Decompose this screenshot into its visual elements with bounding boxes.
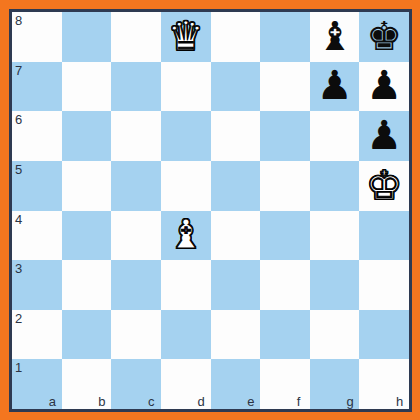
square-f6[interactable] bbox=[260, 111, 310, 161]
square-b4[interactable] bbox=[62, 211, 112, 261]
chess-board: ♛♝♚♟♟♟♚♝ bbox=[12, 12, 409, 409]
square-c6[interactable] bbox=[111, 111, 161, 161]
square-b1[interactable] bbox=[62, 359, 112, 409]
square-b5[interactable] bbox=[62, 161, 112, 211]
square-e8[interactable] bbox=[211, 12, 261, 62]
piece-white-bishop[interactable]: ♝ bbox=[168, 214, 204, 254]
square-a2[interactable] bbox=[12, 310, 62, 360]
square-h6[interactable]: ♟ bbox=[359, 111, 409, 161]
square-a6[interactable] bbox=[12, 111, 62, 161]
square-g7[interactable]: ♟ bbox=[310, 62, 360, 112]
square-b3[interactable] bbox=[62, 260, 112, 310]
square-e4[interactable] bbox=[211, 211, 261, 261]
square-f7[interactable] bbox=[260, 62, 310, 112]
square-d2[interactable] bbox=[161, 310, 211, 360]
square-f1[interactable] bbox=[260, 359, 310, 409]
square-a7[interactable] bbox=[12, 62, 62, 112]
square-c3[interactable] bbox=[111, 260, 161, 310]
square-e3[interactable] bbox=[211, 260, 261, 310]
square-e7[interactable] bbox=[211, 62, 261, 112]
square-a4[interactable] bbox=[12, 211, 62, 261]
square-a1[interactable] bbox=[12, 359, 62, 409]
square-g3[interactable] bbox=[310, 260, 360, 310]
square-h3[interactable] bbox=[359, 260, 409, 310]
square-d3[interactable] bbox=[161, 260, 211, 310]
square-d8[interactable]: ♛ bbox=[161, 12, 211, 62]
square-h5[interactable]: ♚ bbox=[359, 161, 409, 211]
square-a3[interactable] bbox=[12, 260, 62, 310]
piece-black-pawn[interactable]: ♟ bbox=[366, 115, 402, 155]
square-g2[interactable] bbox=[310, 310, 360, 360]
square-b8[interactable] bbox=[62, 12, 112, 62]
square-e1[interactable] bbox=[211, 359, 261, 409]
square-h1[interactable] bbox=[359, 359, 409, 409]
piece-white-king[interactable]: ♚ bbox=[366, 165, 402, 205]
square-h4[interactable] bbox=[359, 211, 409, 261]
board-frame: ♛♝♚♟♟♟♚♝ 87654321abcdefgh bbox=[0, 0, 420, 420]
piece-black-bishop[interactable]: ♝ bbox=[317, 16, 353, 56]
square-c2[interactable] bbox=[111, 310, 161, 360]
square-g4[interactable] bbox=[310, 211, 360, 261]
piece-black-king[interactable]: ♚ bbox=[366, 16, 402, 56]
square-g6[interactable] bbox=[310, 111, 360, 161]
square-h2[interactable] bbox=[359, 310, 409, 360]
square-a5[interactable] bbox=[12, 161, 62, 211]
square-e2[interactable] bbox=[211, 310, 261, 360]
square-e6[interactable] bbox=[211, 111, 261, 161]
square-c1[interactable] bbox=[111, 359, 161, 409]
square-h8[interactable]: ♚ bbox=[359, 12, 409, 62]
square-d6[interactable] bbox=[161, 111, 211, 161]
square-c7[interactable] bbox=[111, 62, 161, 112]
square-g1[interactable] bbox=[310, 359, 360, 409]
piece-white-queen[interactable]: ♛ bbox=[168, 16, 204, 56]
square-b2[interactable] bbox=[62, 310, 112, 360]
board-border: ♛♝♚♟♟♟♚♝ 87654321abcdefgh bbox=[9, 9, 412, 412]
square-c8[interactable] bbox=[111, 12, 161, 62]
square-d4[interactable]: ♝ bbox=[161, 211, 211, 261]
square-b6[interactable] bbox=[62, 111, 112, 161]
square-b7[interactable] bbox=[62, 62, 112, 112]
square-g8[interactable]: ♝ bbox=[310, 12, 360, 62]
square-h7[interactable]: ♟ bbox=[359, 62, 409, 112]
square-c5[interactable] bbox=[111, 161, 161, 211]
piece-black-pawn[interactable]: ♟ bbox=[366, 65, 402, 105]
square-f5[interactable] bbox=[260, 161, 310, 211]
square-f4[interactable] bbox=[260, 211, 310, 261]
square-d1[interactable] bbox=[161, 359, 211, 409]
square-a8[interactable] bbox=[12, 12, 62, 62]
square-e5[interactable] bbox=[211, 161, 261, 211]
square-f8[interactable] bbox=[260, 12, 310, 62]
square-d5[interactable] bbox=[161, 161, 211, 211]
square-g5[interactable] bbox=[310, 161, 360, 211]
square-f2[interactable] bbox=[260, 310, 310, 360]
square-f3[interactable] bbox=[260, 260, 310, 310]
piece-black-pawn[interactable]: ♟ bbox=[317, 65, 353, 105]
square-d7[interactable] bbox=[161, 62, 211, 112]
square-c4[interactable] bbox=[111, 211, 161, 261]
